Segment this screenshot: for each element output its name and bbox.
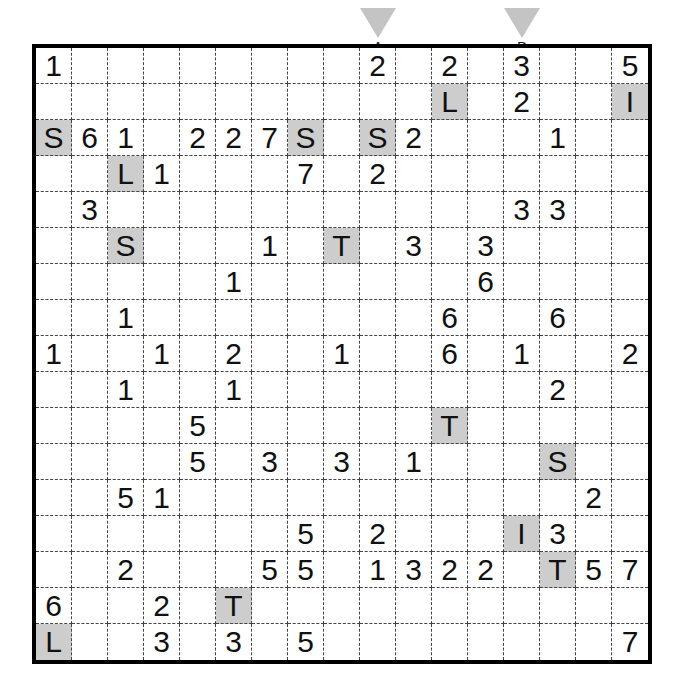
cell[interactable] — [504, 444, 540, 480]
cell[interactable] — [36, 408, 72, 444]
cell[interactable] — [396, 264, 432, 300]
cell[interactable] — [360, 588, 396, 624]
cell[interactable]: 2 — [144, 588, 180, 624]
cell[interactable]: 3 — [396, 228, 432, 264]
cell[interactable] — [396, 156, 432, 192]
cell[interactable] — [144, 300, 180, 336]
cell[interactable] — [252, 336, 288, 372]
cell[interactable] — [288, 48, 324, 84]
cell[interactable] — [540, 588, 576, 624]
cell[interactable]: S — [288, 120, 324, 156]
cell[interactable] — [360, 372, 396, 408]
cell[interactable]: 1 — [216, 372, 252, 408]
cell[interactable] — [216, 516, 252, 552]
cell[interactable] — [612, 228, 648, 264]
cell[interactable] — [72, 84, 108, 120]
cell[interactable] — [576, 192, 612, 228]
cell[interactable] — [180, 480, 216, 516]
cell[interactable] — [396, 336, 432, 372]
cell[interactable] — [144, 372, 180, 408]
cell[interactable] — [72, 48, 108, 84]
cell[interactable] — [36, 552, 72, 588]
cell[interactable]: 2 — [180, 120, 216, 156]
cell[interactable] — [36, 300, 72, 336]
cell[interactable]: 1 — [252, 228, 288, 264]
cell[interactable] — [612, 264, 648, 300]
cell[interactable] — [612, 192, 648, 228]
cell[interactable] — [468, 372, 504, 408]
cell[interactable] — [432, 372, 468, 408]
cell[interactable] — [324, 48, 360, 84]
cell[interactable] — [252, 192, 288, 228]
cell[interactable] — [432, 624, 468, 660]
cell[interactable]: T — [540, 552, 576, 588]
cell[interactable]: 1 — [144, 156, 180, 192]
cell[interactable] — [504, 588, 540, 624]
tetromino-letter-clue: T — [224, 591, 242, 621]
tetromino-letter-clue: S — [367, 123, 387, 153]
cell[interactable] — [504, 408, 540, 444]
cell[interactable] — [180, 264, 216, 300]
cell[interactable] — [468, 624, 504, 660]
cell[interactable] — [396, 84, 432, 120]
cell[interactable] — [324, 264, 360, 300]
cell[interactable] — [432, 516, 468, 552]
cell[interactable] — [180, 588, 216, 624]
cell[interactable] — [360, 192, 396, 228]
cell[interactable]: 3 — [252, 444, 288, 480]
cell[interactable] — [540, 228, 576, 264]
cell[interactable]: 3 — [540, 192, 576, 228]
cell[interactable]: 1 — [216, 264, 252, 300]
cell[interactable]: 3 — [324, 444, 360, 480]
cell[interactable] — [324, 516, 360, 552]
cell[interactable] — [288, 408, 324, 444]
cell[interactable] — [324, 624, 360, 660]
cell[interactable]: L — [108, 156, 144, 192]
cell[interactable] — [72, 372, 108, 408]
cell[interactable]: 7 — [288, 156, 324, 192]
cell[interactable] — [72, 624, 108, 660]
cell[interactable] — [252, 300, 288, 336]
cell[interactable] — [468, 120, 504, 156]
cell[interactable] — [468, 336, 504, 372]
cell[interactable] — [540, 156, 576, 192]
cell[interactable]: 2 — [540, 372, 576, 408]
cell[interactable] — [288, 588, 324, 624]
cell[interactable]: 2 — [576, 480, 612, 516]
cell[interactable]: 6 — [540, 300, 576, 336]
cell[interactable] — [216, 408, 252, 444]
cell[interactable] — [612, 156, 648, 192]
cell[interactable]: 5 — [288, 624, 324, 660]
cell[interactable] — [360, 408, 396, 444]
cell[interactable]: S — [540, 444, 576, 480]
cell[interactable]: 6 — [432, 336, 468, 372]
cell[interactable] — [540, 624, 576, 660]
cell[interactable] — [468, 156, 504, 192]
cell[interactable] — [180, 84, 216, 120]
cell[interactable] — [72, 300, 108, 336]
cell[interactable] — [108, 588, 144, 624]
cell[interactable]: 5 — [612, 48, 648, 84]
cell[interactable] — [36, 84, 72, 120]
cell[interactable] — [36, 264, 72, 300]
cell[interactable] — [324, 120, 360, 156]
cell[interactable] — [504, 372, 540, 408]
cell[interactable]: 2 — [432, 48, 468, 84]
cell[interactable]: 3 — [144, 624, 180, 660]
cell[interactable] — [396, 588, 432, 624]
cell[interactable]: 7 — [612, 552, 648, 588]
cell[interactable] — [180, 372, 216, 408]
number-clue: 2 — [585, 483, 602, 513]
cell[interactable] — [612, 300, 648, 336]
cell[interactable] — [216, 84, 252, 120]
cell[interactable] — [360, 84, 396, 120]
cell[interactable] — [144, 264, 180, 300]
cell[interactable]: 5 — [180, 408, 216, 444]
cell[interactable] — [144, 516, 180, 552]
cell[interactable] — [180, 624, 216, 660]
cell[interactable]: 1 — [36, 48, 72, 84]
cell[interactable]: 2 — [360, 156, 396, 192]
cell[interactable] — [216, 552, 252, 588]
cell[interactable]: S — [108, 228, 144, 264]
number-clue: 6 — [81, 123, 98, 153]
cell[interactable] — [396, 408, 432, 444]
cell[interactable] — [360, 444, 396, 480]
cell[interactable]: 6 — [468, 264, 504, 300]
cell[interactable] — [504, 300, 540, 336]
cell[interactable] — [432, 120, 468, 156]
cell[interactable] — [216, 156, 252, 192]
cell[interactable] — [216, 444, 252, 480]
cell[interactable] — [576, 228, 612, 264]
cell[interactable] — [72, 336, 108, 372]
cell[interactable] — [180, 48, 216, 84]
cell[interactable] — [540, 336, 576, 372]
cell[interactable] — [468, 480, 504, 516]
cell[interactable] — [252, 156, 288, 192]
cell[interactable] — [540, 84, 576, 120]
cell[interactable] — [144, 48, 180, 84]
cell[interactable] — [468, 300, 504, 336]
cell[interactable] — [360, 228, 396, 264]
cell[interactable] — [396, 192, 432, 228]
cell[interactable] — [180, 192, 216, 228]
cell[interactable] — [252, 624, 288, 660]
cell[interactable] — [576, 300, 612, 336]
cell[interactable] — [252, 84, 288, 120]
cell[interactable] — [72, 228, 108, 264]
cell[interactable] — [576, 444, 612, 480]
cell[interactable] — [252, 480, 288, 516]
cell[interactable] — [324, 552, 360, 588]
cell[interactable] — [180, 516, 216, 552]
cell[interactable] — [576, 48, 612, 84]
number-clue: 3 — [225, 627, 242, 657]
cell[interactable]: 1 — [144, 336, 180, 372]
cell[interactable] — [108, 516, 144, 552]
cell[interactable] — [72, 552, 108, 588]
cell[interactable] — [468, 192, 504, 228]
cell[interactable]: 6 — [36, 588, 72, 624]
cell[interactable] — [216, 192, 252, 228]
cell[interactable]: 2 — [396, 120, 432, 156]
cell[interactable] — [432, 228, 468, 264]
cell[interactable]: 7 — [612, 624, 648, 660]
cell[interactable] — [108, 444, 144, 480]
cell[interactable] — [396, 624, 432, 660]
cell[interactable] — [252, 48, 288, 84]
cell[interactable]: 1 — [504, 336, 540, 372]
cell[interactable] — [540, 408, 576, 444]
cell[interactable]: 6 — [72, 120, 108, 156]
cell[interactable] — [540, 48, 576, 84]
cell[interactable] — [324, 408, 360, 444]
cell[interactable] — [576, 84, 612, 120]
number-clue: 1 — [261, 231, 278, 261]
cell[interactable] — [108, 336, 144, 372]
cell[interactable] — [432, 156, 468, 192]
cell[interactable] — [360, 300, 396, 336]
cell[interactable] — [576, 624, 612, 660]
cell[interactable]: 1 — [360, 552, 396, 588]
cell[interactable]: 1 — [108, 372, 144, 408]
cell[interactable] — [612, 120, 648, 156]
cell[interactable] — [72, 588, 108, 624]
cell[interactable] — [288, 228, 324, 264]
cell[interactable]: 2 — [432, 552, 468, 588]
cell[interactable]: 5 — [288, 552, 324, 588]
cell[interactable] — [36, 516, 72, 552]
cell[interactable] — [468, 84, 504, 120]
cell[interactable] — [612, 408, 648, 444]
cell[interactable] — [252, 264, 288, 300]
cell[interactable] — [360, 264, 396, 300]
cell[interactable]: T — [216, 588, 252, 624]
cell[interactable] — [360, 480, 396, 516]
cell[interactable] — [396, 300, 432, 336]
cell[interactable] — [144, 84, 180, 120]
cell[interactable]: 2 — [216, 336, 252, 372]
cell[interactable]: 1 — [108, 300, 144, 336]
cell[interactable] — [72, 408, 108, 444]
cell[interactable] — [216, 300, 252, 336]
cell[interactable]: 1 — [540, 120, 576, 156]
cell[interactable] — [144, 444, 180, 480]
cell[interactable] — [576, 516, 612, 552]
cell[interactable] — [432, 444, 468, 480]
cell[interactable] — [468, 48, 504, 84]
cell[interactable] — [288, 264, 324, 300]
cell[interactable] — [108, 84, 144, 120]
cell[interactable] — [504, 480, 540, 516]
cell[interactable] — [432, 192, 468, 228]
cell[interactable]: 1 — [324, 336, 360, 372]
tetromino-letter-clue: T — [548, 555, 566, 585]
cell[interactable] — [144, 552, 180, 588]
cell[interactable] — [324, 192, 360, 228]
cell[interactable] — [324, 588, 360, 624]
cell[interactable] — [576, 264, 612, 300]
number-clue: 3 — [477, 231, 494, 261]
cell[interactable] — [504, 264, 540, 300]
cell[interactable] — [180, 228, 216, 264]
cell[interactable] — [252, 588, 288, 624]
cell[interactable]: S — [36, 120, 72, 156]
cell[interactable] — [612, 372, 648, 408]
cell[interactable]: 5 — [108, 480, 144, 516]
cell[interactable] — [288, 84, 324, 120]
cell[interactable] — [468, 408, 504, 444]
cell[interactable] — [396, 516, 432, 552]
cell[interactable] — [288, 336, 324, 372]
cell[interactable] — [468, 444, 504, 480]
cell[interactable]: 5 — [288, 516, 324, 552]
cell[interactable] — [288, 480, 324, 516]
cell[interactable]: I — [612, 84, 648, 120]
cell[interactable] — [324, 300, 360, 336]
cell[interactable]: 3 — [468, 228, 504, 264]
cell[interactable] — [180, 336, 216, 372]
cell[interactable] — [288, 444, 324, 480]
cell[interactable] — [72, 156, 108, 192]
cell[interactable] — [468, 516, 504, 552]
cell[interactable] — [180, 156, 216, 192]
cell[interactable] — [36, 444, 72, 480]
cell[interactable] — [612, 480, 648, 516]
cell[interactable] — [72, 444, 108, 480]
cell[interactable] — [216, 228, 252, 264]
cell[interactable]: 3 — [540, 516, 576, 552]
cell[interactable]: S — [360, 120, 396, 156]
cell[interactable] — [252, 408, 288, 444]
cell[interactable]: 2 — [360, 516, 396, 552]
cell[interactable]: 2 — [360, 48, 396, 84]
cell[interactable] — [576, 372, 612, 408]
cell[interactable] — [540, 264, 576, 300]
cell[interactable]: 2 — [612, 336, 648, 372]
cell[interactable]: 3 — [504, 48, 540, 84]
cell[interactable] — [576, 156, 612, 192]
cell[interactable]: I — [504, 516, 540, 552]
cell[interactable] — [396, 372, 432, 408]
cell[interactable]: T — [324, 228, 360, 264]
cell[interactable] — [108, 192, 144, 228]
cell[interactable] — [612, 444, 648, 480]
cell[interactable]: 2 — [216, 120, 252, 156]
cell[interactable] — [540, 480, 576, 516]
cell[interactable] — [108, 264, 144, 300]
cell[interactable] — [288, 192, 324, 228]
number-clue: 3 — [405, 231, 422, 261]
cell[interactable]: 2 — [108, 552, 144, 588]
cell[interactable]: 1 — [144, 480, 180, 516]
cell[interactable] — [108, 624, 144, 660]
number-clue: 3 — [513, 51, 530, 81]
cell[interactable]: L — [36, 624, 72, 660]
cell[interactable]: 3 — [504, 192, 540, 228]
cell[interactable] — [108, 48, 144, 84]
cell[interactable] — [216, 480, 252, 516]
cell[interactable] — [504, 120, 540, 156]
cell[interactable]: 5 — [180, 444, 216, 480]
cell[interactable]: 5 — [576, 552, 612, 588]
cell[interactable] — [216, 48, 252, 84]
cell[interactable] — [36, 156, 72, 192]
cell[interactable]: 6 — [432, 300, 468, 336]
cell[interactable] — [144, 228, 180, 264]
cell[interactable] — [576, 408, 612, 444]
cell[interactable]: 2 — [504, 84, 540, 120]
cell[interactable] — [504, 552, 540, 588]
cell[interactable] — [180, 300, 216, 336]
cell[interactable] — [504, 228, 540, 264]
cell[interactable] — [324, 84, 360, 120]
cell[interactable] — [432, 480, 468, 516]
cell[interactable] — [576, 588, 612, 624]
cell[interactable]: T — [432, 408, 468, 444]
cell[interactable] — [324, 372, 360, 408]
cell[interactable] — [36, 480, 72, 516]
number-clue: 5 — [585, 555, 602, 585]
cell[interactable] — [396, 480, 432, 516]
cell[interactable] — [144, 408, 180, 444]
cell[interactable] — [72, 264, 108, 300]
cell[interactable] — [432, 264, 468, 300]
cell[interactable] — [360, 336, 396, 372]
cell[interactable]: 2 — [468, 552, 504, 588]
cell[interactable] — [288, 300, 324, 336]
cell[interactable] — [360, 624, 396, 660]
cell[interactable] — [396, 48, 432, 84]
cell[interactable] — [468, 588, 504, 624]
cell[interactable] — [36, 192, 72, 228]
cell[interactable] — [72, 480, 108, 516]
cell[interactable] — [252, 372, 288, 408]
cell[interactable] — [36, 372, 72, 408]
cell[interactable] — [288, 372, 324, 408]
cell[interactable] — [612, 588, 648, 624]
cell[interactable] — [108, 408, 144, 444]
cell[interactable] — [252, 516, 288, 552]
cell[interactable] — [504, 624, 540, 660]
cell[interactable] — [504, 156, 540, 192]
cell[interactable] — [324, 480, 360, 516]
cell[interactable]: 7 — [252, 120, 288, 156]
cell[interactable]: 3 — [396, 552, 432, 588]
cell[interactable]: 5 — [252, 552, 288, 588]
cell[interactable]: 3 — [216, 624, 252, 660]
cell[interactable]: 1 — [108, 120, 144, 156]
cell[interactable] — [576, 336, 612, 372]
cell[interactable] — [432, 588, 468, 624]
cell[interactable]: 1 — [36, 336, 72, 372]
cell[interactable]: L — [432, 84, 468, 120]
cell[interactable] — [612, 516, 648, 552]
cell[interactable]: 3 — [72, 192, 108, 228]
cell[interactable] — [576, 120, 612, 156]
cell[interactable] — [36, 228, 72, 264]
cell[interactable] — [144, 120, 180, 156]
cell[interactable] — [144, 192, 180, 228]
cell[interactable] — [324, 156, 360, 192]
cell[interactable] — [72, 516, 108, 552]
cell[interactable]: 1 — [396, 444, 432, 480]
cell[interactable] — [180, 552, 216, 588]
